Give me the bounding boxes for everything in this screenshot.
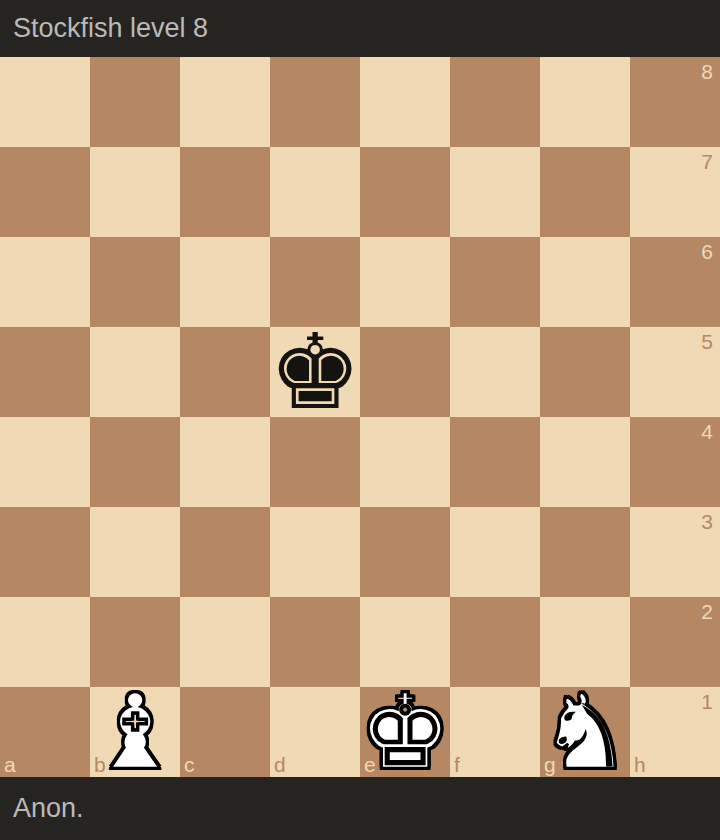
square-c4[interactable] [180, 417, 270, 507]
chess-board: 876♚5432ab♝cde♚fg♞1h [0, 57, 720, 777]
game-screen: Stockfish level 8 876♚5432ab♝cde♚fg♞1h A… [0, 0, 720, 840]
square-h1[interactable]: 1h [630, 687, 720, 777]
square-c2[interactable] [180, 597, 270, 687]
square-b5[interactable] [90, 327, 180, 417]
square-h7[interactable]: 7 [630, 147, 720, 237]
square-g5[interactable] [540, 327, 630, 417]
square-g8[interactable] [540, 57, 630, 147]
coord-file-a: a [4, 754, 16, 775]
square-h5[interactable]: 5 [630, 327, 720, 417]
square-d1[interactable]: d [270, 687, 360, 777]
coord-rank-1: 1 [701, 691, 713, 712]
square-h2[interactable]: 2 [630, 597, 720, 687]
square-d4[interactable] [270, 417, 360, 507]
square-a7[interactable] [0, 147, 90, 237]
opponent-name: Stockfish level 8 [13, 13, 208, 44]
square-c1[interactable]: c [180, 687, 270, 777]
square-c3[interactable] [180, 507, 270, 597]
square-a6[interactable] [0, 237, 90, 327]
coord-file-h: h [634, 754, 646, 775]
square-d5[interactable]: ♚ [270, 327, 360, 417]
square-e3[interactable] [360, 507, 450, 597]
square-f4[interactable] [450, 417, 540, 507]
square-e5[interactable] [360, 327, 450, 417]
square-f2[interactable] [450, 597, 540, 687]
square-b7[interactable] [90, 147, 180, 237]
square-b3[interactable] [90, 507, 180, 597]
square-f1[interactable]: f [450, 687, 540, 777]
square-g4[interactable] [540, 417, 630, 507]
square-g1[interactable]: g♞ [540, 687, 630, 777]
square-d7[interactable] [270, 147, 360, 237]
square-d8[interactable] [270, 57, 360, 147]
square-a5[interactable] [0, 327, 90, 417]
square-b8[interactable] [90, 57, 180, 147]
square-e1[interactable]: e♚ [360, 687, 450, 777]
square-b4[interactable] [90, 417, 180, 507]
square-a1[interactable]: a [0, 687, 90, 777]
coord-rank-8: 8 [701, 61, 713, 82]
square-a4[interactable] [0, 417, 90, 507]
square-d3[interactable] [270, 507, 360, 597]
square-f7[interactable] [450, 147, 540, 237]
square-f8[interactable] [450, 57, 540, 147]
coord-file-c: c [184, 754, 195, 775]
coord-rank-6: 6 [701, 241, 713, 262]
black-king[interactable]: ♚ [270, 327, 360, 417]
square-h6[interactable]: 6 [630, 237, 720, 327]
coord-rank-7: 7 [701, 151, 713, 172]
square-h4[interactable]: 4 [630, 417, 720, 507]
square-h8[interactable]: 8 [630, 57, 720, 147]
square-c5[interactable] [180, 327, 270, 417]
coord-rank-5: 5 [701, 331, 713, 352]
white-bishop[interactable]: ♝ [90, 687, 180, 777]
white-knight[interactable]: ♞ [540, 687, 630, 777]
coord-file-f: f [454, 754, 460, 775]
square-e6[interactable] [360, 237, 450, 327]
square-b1[interactable]: b♝ [90, 687, 180, 777]
square-c6[interactable] [180, 237, 270, 327]
square-a2[interactable] [0, 597, 90, 687]
square-d2[interactable] [270, 597, 360, 687]
player-name: Anon. [13, 793, 84, 824]
square-g6[interactable] [540, 237, 630, 327]
coord-file-d: d [274, 754, 286, 775]
square-a3[interactable] [0, 507, 90, 597]
square-c8[interactable] [180, 57, 270, 147]
square-e8[interactable] [360, 57, 450, 147]
square-g7[interactable] [540, 147, 630, 237]
square-f6[interactable] [450, 237, 540, 327]
square-f5[interactable] [450, 327, 540, 417]
square-a8[interactable] [0, 57, 90, 147]
square-h3[interactable]: 3 [630, 507, 720, 597]
opponent-bar: Stockfish level 8 [0, 0, 720, 57]
square-f3[interactable] [450, 507, 540, 597]
square-c7[interactable] [180, 147, 270, 237]
square-e7[interactable] [360, 147, 450, 237]
coord-rank-3: 3 [701, 511, 713, 532]
white-king[interactable]: ♚ [360, 687, 450, 777]
square-e4[interactable] [360, 417, 450, 507]
coord-rank-4: 4 [701, 421, 713, 442]
coord-rank-2: 2 [701, 601, 713, 622]
square-b6[interactable] [90, 237, 180, 327]
square-g3[interactable] [540, 507, 630, 597]
